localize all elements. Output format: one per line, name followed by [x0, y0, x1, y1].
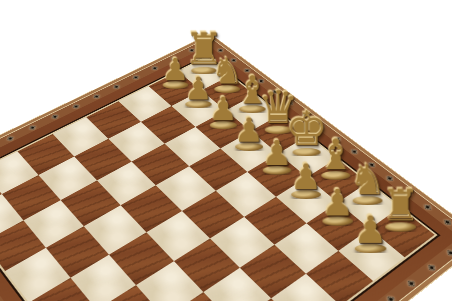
- pinstripe-cream: [0, 56, 438, 301]
- product-photo: ◈ ◈ ◈ ◈ ◈ ◈ ◈ ◈ ◈ ◈ ◈ ◈ ◈ ◈ ◈ ◈ ◈ ◈ ◈ ◈ …: [0, 0, 452, 301]
- chess-board: ◈ ◈ ◈ ◈ ◈ ◈ ◈ ◈ ◈ ◈ ◈ ◈ ◈ ◈ ◈ ◈ ◈ ◈ ◈ ◈ …: [0, 33, 452, 301]
- board-grid: [0, 57, 435, 301]
- pinstripe-dark: [0, 55, 441, 301]
- board-frame: ◈ ◈ ◈ ◈ ◈ ◈ ◈ ◈ ◈ ◈ ◈ ◈ ◈ ◈ ◈ ◈ ◈ ◈ ◈ ◈ …: [0, 37, 452, 301]
